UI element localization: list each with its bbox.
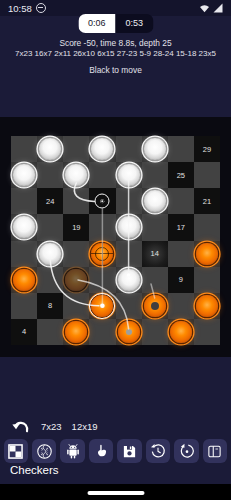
square-number: 17 bbox=[177, 223, 185, 232]
move-bar: 7x23 12x19 bbox=[0, 415, 231, 437]
square-29[interactable]: 29 bbox=[194, 136, 220, 162]
black-piece[interactable] bbox=[196, 243, 218, 265]
square-31[interactable] bbox=[89, 136, 115, 162]
wifi-icon bbox=[199, 3, 210, 13]
crosshair-marker bbox=[91, 243, 113, 265]
undo-icon[interactable] bbox=[11, 418, 31, 434]
square-np bbox=[63, 136, 89, 162]
checkers-board[interactable]: 29252421191714984 bbox=[11, 136, 220, 345]
save-icon bbox=[122, 444, 137, 459]
gesture-pill[interactable] bbox=[87, 491, 144, 495]
square-np bbox=[37, 214, 63, 240]
auto-play-button[interactable] bbox=[60, 439, 84, 463]
square-14[interactable]: 14 bbox=[142, 241, 168, 267]
square-13[interactable] bbox=[194, 241, 220, 267]
square-32[interactable] bbox=[37, 136, 63, 162]
clock-time: 10:58 bbox=[8, 3, 32, 14]
square-np bbox=[11, 241, 37, 267]
square-22[interactable] bbox=[142, 188, 168, 214]
square-np bbox=[37, 319, 63, 345]
square-12[interactable] bbox=[11, 267, 37, 293]
black-piece[interactable] bbox=[65, 321, 87, 343]
history-button[interactable] bbox=[146, 439, 170, 463]
dnd-icon bbox=[36, 3, 46, 13]
engine-pv: 7x23 16x7 2x11 26x10 6x15 27-23 5-9 28-2… bbox=[0, 49, 231, 58]
legal-move-2[interactable]: 12x19 bbox=[72, 421, 98, 432]
app-title: Checkers bbox=[10, 464, 59, 476]
white-piece[interactable] bbox=[118, 216, 140, 238]
square-7[interactable] bbox=[89, 293, 115, 319]
white-piece[interactable] bbox=[118, 164, 140, 186]
save-button[interactable] bbox=[117, 439, 141, 463]
square-np bbox=[63, 241, 89, 267]
square-6[interactable] bbox=[142, 293, 168, 319]
toolbar bbox=[0, 439, 231, 464]
white-piece[interactable] bbox=[65, 164, 87, 186]
target-marker bbox=[95, 194, 110, 209]
history-clock-icon bbox=[150, 443, 166, 459]
black-piece[interactable] bbox=[13, 269, 35, 291]
timer-white[interactable]: 0:53 bbox=[116, 14, 154, 33]
square-25[interactable]: 25 bbox=[168, 162, 194, 188]
square-np bbox=[194, 162, 220, 188]
black-piece[interactable] bbox=[65, 269, 87, 291]
manual-move-button[interactable] bbox=[89, 439, 113, 463]
square-np bbox=[142, 319, 168, 345]
square-26[interactable] bbox=[116, 162, 142, 188]
square-24[interactable]: 24 bbox=[37, 188, 63, 214]
navigation-bar bbox=[0, 484, 231, 500]
square-np bbox=[168, 241, 194, 267]
dot-dark-marker bbox=[151, 302, 159, 310]
board-panel: 29252421191714984 bbox=[0, 117, 231, 357]
black-piece[interactable] bbox=[196, 295, 218, 317]
square-23[interactable] bbox=[89, 188, 115, 214]
engine-score: Score -50, time 8.8s, depth 25 bbox=[0, 38, 231, 48]
timer-chips: 0:06 0:53 bbox=[78, 14, 153, 33]
square-np bbox=[194, 319, 220, 345]
square-number: 19 bbox=[72, 223, 80, 232]
square-number: 21 bbox=[203, 197, 211, 206]
square-np bbox=[142, 267, 168, 293]
timer-black[interactable]: 0:06 bbox=[78, 14, 116, 33]
android-icon bbox=[65, 443, 81, 460]
square-18[interactable] bbox=[116, 214, 142, 240]
square-number: 8 bbox=[48, 301, 52, 310]
square-2[interactable] bbox=[116, 319, 142, 345]
brain-icon bbox=[36, 443, 53, 460]
square-1[interactable] bbox=[168, 319, 194, 345]
square-15[interactable] bbox=[89, 241, 115, 267]
board-button[interactable] bbox=[4, 439, 28, 463]
square-10[interactable] bbox=[116, 267, 142, 293]
square-number: 25 bbox=[177, 171, 185, 180]
white-piece[interactable] bbox=[118, 269, 140, 291]
square-np bbox=[116, 241, 142, 267]
square-3[interactable] bbox=[63, 319, 89, 345]
notation-button[interactable] bbox=[203, 439, 227, 463]
white-piece[interactable] bbox=[39, 138, 61, 160]
square-np bbox=[11, 136, 37, 162]
white-piece[interactable] bbox=[144, 138, 166, 160]
signal-icon bbox=[213, 3, 223, 13]
square-27[interactable] bbox=[63, 162, 89, 188]
square-9[interactable]: 9 bbox=[168, 267, 194, 293]
square-np bbox=[142, 162, 168, 188]
square-number: 4 bbox=[22, 327, 26, 336]
square-16[interactable] bbox=[37, 241, 63, 267]
square-11[interactable] bbox=[63, 267, 89, 293]
checkers-app: 10:58 0:06 0:53 Score -50, time 8.8s, de… bbox=[0, 0, 231, 500]
square-np bbox=[142, 214, 168, 240]
square-np bbox=[194, 214, 220, 240]
square-np bbox=[63, 188, 89, 214]
square-np bbox=[37, 267, 63, 293]
square-number: 29 bbox=[203, 145, 211, 154]
square-np bbox=[63, 293, 89, 319]
white-piece[interactable] bbox=[39, 243, 61, 265]
square-np bbox=[194, 267, 220, 293]
checkerboard-icon bbox=[8, 444, 23, 459]
square-np bbox=[89, 319, 115, 345]
square-30[interactable] bbox=[142, 136, 168, 162]
turn-indicator: Black to move bbox=[0, 65, 231, 75]
square-19[interactable]: 19 bbox=[63, 214, 89, 240]
square-np bbox=[11, 188, 37, 214]
notation-panel-icon bbox=[207, 444, 222, 459]
square-np bbox=[89, 214, 115, 240]
square-17[interactable]: 17 bbox=[168, 214, 194, 240]
engine-button[interactable] bbox=[32, 439, 56, 463]
square-number: 9 bbox=[179, 275, 183, 284]
square-np bbox=[116, 188, 142, 214]
replay-icon bbox=[179, 443, 195, 459]
square-8[interactable]: 8 bbox=[37, 293, 63, 319]
ring-marker bbox=[89, 293, 115, 319]
legal-move-1[interactable]: 7x23 bbox=[41, 421, 62, 432]
square-np bbox=[11, 293, 37, 319]
square-28[interactable] bbox=[11, 162, 37, 188]
square-np bbox=[89, 267, 115, 293]
square-5[interactable] bbox=[194, 293, 220, 319]
square-21[interactable]: 21 bbox=[194, 188, 220, 214]
dot-gray-marker bbox=[126, 329, 132, 335]
white-piece[interactable] bbox=[91, 138, 113, 160]
square-number: 24 bbox=[46, 197, 54, 206]
white-piece[interactable] bbox=[13, 216, 35, 238]
hand-icon bbox=[94, 443, 109, 459]
square-np bbox=[168, 188, 194, 214]
square-np bbox=[116, 293, 142, 319]
square-number: 14 bbox=[151, 249, 159, 258]
square-20[interactable] bbox=[11, 214, 37, 240]
replay-button[interactable] bbox=[174, 439, 198, 463]
white-piece[interactable] bbox=[144, 190, 166, 212]
square-np bbox=[37, 162, 63, 188]
square-np bbox=[89, 162, 115, 188]
white-piece[interactable] bbox=[13, 164, 35, 186]
square-4[interactable]: 4 bbox=[11, 319, 37, 345]
square-np bbox=[168, 293, 194, 319]
square-np bbox=[168, 136, 194, 162]
black-piece[interactable] bbox=[170, 321, 192, 343]
square-np bbox=[116, 136, 142, 162]
